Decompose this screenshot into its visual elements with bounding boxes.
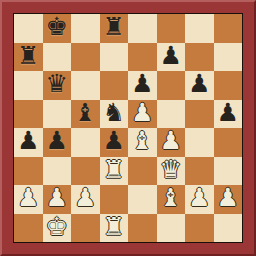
square-f6[interactable]: [157, 71, 186, 100]
square-h8[interactable]: [214, 14, 243, 43]
square-g3[interactable]: [185, 157, 214, 186]
square-h4[interactable]: [214, 128, 243, 157]
square-d4[interactable]: ♟: [100, 128, 129, 157]
black-bishop-icon: ♝: [74, 100, 96, 127]
square-d3[interactable]: ♜: [100, 157, 129, 186]
black-pawn-icon: ♟: [217, 100, 239, 127]
square-h5[interactable]: ♟: [214, 100, 243, 129]
chess-board: ♚♜♜♟♛♟♟♝♞♟♟♟♟♟♝♟♜♛♟♟♟♝♟♟♚♜: [13, 13, 243, 243]
square-c4[interactable]: [71, 128, 100, 157]
black-pawn-icon: ♟: [46, 128, 68, 155]
square-c2[interactable]: ♟: [71, 185, 100, 214]
square-c1[interactable]: [71, 214, 100, 243]
white-rook-icon: ♜: [103, 157, 125, 184]
square-d2[interactable]: [100, 185, 129, 214]
white-pawn-icon: ♟: [188, 185, 210, 212]
square-b5[interactable]: [43, 100, 72, 129]
square-a2[interactable]: ♟: [14, 185, 43, 214]
square-e1[interactable]: [128, 214, 157, 243]
square-f8[interactable]: [157, 14, 186, 43]
square-e3[interactable]: [128, 157, 157, 186]
square-h3[interactable]: [214, 157, 243, 186]
black-pawn-icon: ♟: [131, 71, 153, 98]
square-f5[interactable]: [157, 100, 186, 129]
square-h6[interactable]: [214, 71, 243, 100]
square-f4[interactable]: ♟: [157, 128, 186, 157]
square-b1[interactable]: ♚: [43, 214, 72, 243]
square-a6[interactable]: [14, 71, 43, 100]
black-pawn-icon: ♟: [103, 128, 125, 155]
square-c5[interactable]: ♝: [71, 100, 100, 129]
square-a3[interactable]: [14, 157, 43, 186]
white-queen-icon: ♛: [160, 157, 182, 184]
square-b4[interactable]: ♟: [43, 128, 72, 157]
white-pawn-icon: ♟: [217, 185, 239, 212]
square-b8[interactable]: ♚: [43, 14, 72, 43]
black-pawn-icon: ♟: [188, 71, 210, 98]
square-f2[interactable]: ♝: [157, 185, 186, 214]
square-e6[interactable]: ♟: [128, 71, 157, 100]
square-b6[interactable]: ♛: [43, 71, 72, 100]
white-king-icon: ♚: [46, 214, 68, 241]
white-pawn-icon: ♟: [74, 185, 96, 212]
square-f3[interactable]: ♛: [157, 157, 186, 186]
square-e4[interactable]: ♝: [128, 128, 157, 157]
square-e2[interactable]: [128, 185, 157, 214]
square-b3[interactable]: [43, 157, 72, 186]
square-g2[interactable]: ♟: [185, 185, 214, 214]
black-pawn-icon: ♟: [17, 128, 39, 155]
square-c6[interactable]: [71, 71, 100, 100]
black-pawn-icon: ♟: [160, 43, 182, 70]
square-g4[interactable]: [185, 128, 214, 157]
square-h1[interactable]: [214, 214, 243, 243]
square-g1[interactable]: [185, 214, 214, 243]
square-b7[interactable]: [43, 43, 72, 72]
square-f7[interactable]: ♟: [157, 43, 186, 72]
square-b2[interactable]: ♟: [43, 185, 72, 214]
square-a8[interactable]: [14, 14, 43, 43]
board-frame: ♚♜♜♟♛♟♟♝♞♟♟♟♟♟♝♟♜♛♟♟♟♝♟♟♚♜: [0, 0, 256, 256]
black-king-icon: ♚: [46, 14, 68, 41]
square-c8[interactable]: [71, 14, 100, 43]
square-c3[interactable]: [71, 157, 100, 186]
black-rook-icon: ♜: [17, 43, 39, 70]
black-queen-icon: ♛: [46, 71, 68, 98]
black-knight-icon: ♞: [103, 100, 125, 127]
square-c7[interactable]: [71, 43, 100, 72]
white-pawn-icon: ♟: [17, 185, 39, 212]
square-g8[interactable]: [185, 14, 214, 43]
square-g7[interactable]: [185, 43, 214, 72]
white-bishop-icon: ♝: [131, 128, 153, 155]
black-rook-icon: ♜: [103, 14, 125, 41]
square-a5[interactable]: [14, 100, 43, 129]
square-d6[interactable]: [100, 71, 129, 100]
white-rook-icon: ♜: [103, 214, 125, 241]
square-e8[interactable]: [128, 14, 157, 43]
white-pawn-icon: ♟: [46, 185, 68, 212]
square-a7[interactable]: ♜: [14, 43, 43, 72]
square-d7[interactable]: [100, 43, 129, 72]
white-pawn-icon: ♟: [160, 128, 182, 155]
square-a4[interactable]: ♟: [14, 128, 43, 157]
square-d1[interactable]: ♜: [100, 214, 129, 243]
square-e7[interactable]: [128, 43, 157, 72]
square-a1[interactable]: [14, 214, 43, 243]
square-g6[interactable]: ♟: [185, 71, 214, 100]
square-h7[interactable]: [214, 43, 243, 72]
white-bishop-icon: ♝: [160, 185, 182, 212]
square-h2[interactable]: ♟: [214, 185, 243, 214]
white-pawn-icon: ♟: [131, 100, 153, 127]
square-e5[interactable]: ♟: [128, 100, 157, 129]
square-g5[interactable]: [185, 100, 214, 129]
square-d5[interactable]: ♞: [100, 100, 129, 129]
square-f1[interactable]: [157, 214, 186, 243]
square-d8[interactable]: ♜: [100, 14, 129, 43]
